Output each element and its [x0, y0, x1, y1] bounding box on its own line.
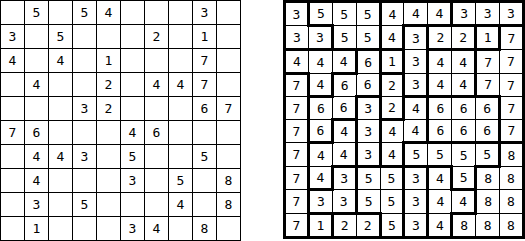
puzzle-cell-r8c5: [97, 169, 121, 193]
solution-cell-r1c7: 4: [428, 2, 452, 26]
solution-cell-r7c10: 8: [500, 143, 524, 167]
solution-cell-r7c8: 5: [452, 143, 476, 167]
puzzle-cell-r2c7: 2: [145, 25, 169, 49]
puzzle-cell-r9c4: 5: [73, 193, 97, 217]
solution-cell-r3c1: 4: [285, 50, 309, 74]
solution-cell-r1c9: 3: [476, 2, 500, 26]
puzzle-cell-r10c10: [217, 217, 241, 241]
puzzle-cell-r6c2: 6: [25, 121, 49, 145]
puzzle-cell-r4c8: 4: [169, 73, 193, 97]
puzzle-cell-r3c1: 4: [1, 49, 25, 73]
solution-cell-r7c6: 5: [404, 143, 428, 167]
solution-cell-r8c7: 4: [428, 167, 452, 190]
puzzle-cell-r7c2: 4: [25, 145, 49, 169]
puzzle-cell-r2c6: [121, 25, 145, 49]
puzzle-cell-r3c8: [169, 49, 193, 73]
solution-cell-r5c3: 6: [332, 97, 356, 120]
solution-cell-r8c6: 3: [404, 167, 428, 190]
puzzle-cell-r6c10: [217, 121, 241, 145]
puzzle-cell-r4c4: [73, 73, 97, 97]
puzzle-cell-r3c9: 7: [193, 49, 217, 73]
solution-cell-r8c9: 8: [476, 167, 500, 190]
puzzle-cell-r8c6: 3: [121, 169, 145, 193]
puzzle-cell-r7c8: [169, 145, 193, 169]
puzzle-cell-r4c7: 4: [145, 73, 169, 97]
solution-cell-r9c9: 8: [476, 190, 500, 214]
solution-cell-r4c6: 3: [404, 74, 428, 97]
puzzle-cell-r10c9: 8: [193, 217, 217, 241]
puzzle-cell-r1c10: [217, 1, 241, 25]
puzzle-cell-r8c9: [193, 169, 217, 193]
solution-cell-r3c7: 4: [428, 50, 452, 74]
puzzle-cell-r1c8: [169, 1, 193, 25]
solution-cell-r3c3: 4: [332, 50, 356, 74]
puzzle-cell-r2c3: 5: [49, 25, 73, 49]
puzzle-cell-r5c8: [169, 97, 193, 121]
solution-cell-r1c2: 5: [308, 2, 332, 26]
puzzle-cell-r1c7: [145, 1, 169, 25]
puzzle-cell-r5c9: 6: [193, 97, 217, 121]
solution-cell-r10c4: 2: [356, 214, 380, 238]
solution-cell-r9c4: 5: [356, 190, 380, 214]
solution-cell-r6c3: 4: [332, 120, 356, 143]
puzzle-cell-r7c3: 4: [49, 145, 73, 169]
puzzle-cell-r9c8: 4: [169, 193, 193, 217]
puzzle-cell-r3c10: [217, 49, 241, 73]
puzzle-cell-r5c2: [25, 97, 49, 121]
solution-cell-r2c7: 2: [428, 26, 452, 50]
puzzle-cell-r5c7: [145, 97, 169, 121]
solution-cell-r9c6: 3: [404, 190, 428, 214]
solution-cell-r4c5: 2: [380, 74, 404, 97]
puzzle-cell-r3c3: 4: [49, 49, 73, 73]
solution-cell-r3c9: 7: [476, 50, 500, 74]
puzzle-cell-r2c9: 1: [193, 25, 217, 49]
solution-cell-r5c5: 2: [380, 97, 404, 120]
solution-cell-r1c1: 3: [285, 2, 309, 26]
puzzle-cell-r5c6: [121, 97, 145, 121]
puzzle-grid: 5543352144174244732677646443554358354813…: [0, 0, 241, 241]
solution-cell-r3c10: 7: [500, 50, 524, 74]
solution-cell-r2c10: 7: [500, 26, 524, 50]
solution-cell-r6c9: 6: [476, 120, 500, 143]
solution-cell-r3c5: 1: [380, 50, 404, 74]
solution-cell-r2c4: 5: [356, 26, 380, 50]
puzzle-cell-r8c7: [145, 169, 169, 193]
puzzle-cell-r9c3: [49, 193, 73, 217]
solution-cell-r5c4: 3: [356, 97, 380, 120]
puzzle-cell-r5c10: 7: [217, 97, 241, 121]
puzzle-cell-r3c2: [25, 49, 49, 73]
solution-cell-r1c5: 4: [380, 2, 404, 26]
puzzle-cell-r4c9: 7: [193, 73, 217, 97]
puzzle-cell-r1c1: [1, 1, 25, 25]
solution-cell-r5c2: 6: [308, 97, 332, 120]
solution-cell-r8c10: 8: [500, 167, 524, 190]
puzzle-cell-r8c8: 5: [169, 169, 193, 193]
puzzle-cell-r5c5: 2: [97, 97, 121, 121]
puzzle-cell-r1c2: 5: [25, 1, 49, 25]
puzzle-cell-r9c9: [193, 193, 217, 217]
puzzle-cell-r5c3: [49, 97, 73, 121]
puzzle-cell-r1c9: 3: [193, 1, 217, 25]
puzzle-cell-r3c6: [121, 49, 145, 73]
solution-cell-r8c1: 7: [285, 167, 309, 190]
puzzle-cell-r7c1: [1, 145, 25, 169]
solution-cell-r2c3: 5: [332, 26, 356, 50]
puzzle-cell-r2c4: [73, 25, 97, 49]
puzzle-cell-r8c3: [49, 169, 73, 193]
solution-cell-r10c6: 3: [404, 214, 428, 238]
solution-cell-r7c3: 4: [332, 143, 356, 167]
solution-cell-r3c2: 4: [308, 50, 332, 74]
puzzle-cell-r7c10: [217, 145, 241, 169]
solution-cell-r9c5: 5: [380, 190, 404, 214]
puzzle-cell-r3c7: [145, 49, 169, 73]
solution-cell-r1c10: 3: [500, 2, 524, 26]
puzzle-cell-r4c1: [1, 73, 25, 97]
puzzle-cell-r6c1: 7: [1, 121, 25, 145]
puzzle-cell-r6c5: [97, 121, 121, 145]
puzzle-cell-r7c7: [145, 145, 169, 169]
solution-cell-r2c2: 3: [308, 26, 332, 50]
solution-cell-r6c1: 7: [285, 120, 309, 143]
puzzle-cell-r6c3: [49, 121, 73, 145]
puzzle-cell-r5c1: [1, 97, 25, 121]
solution-cell-r8c5: 5: [380, 167, 404, 190]
solution-cell-r2c6: 3: [404, 26, 428, 50]
puzzle-cell-r7c6: 5: [121, 145, 145, 169]
puzzle-cell-r9c2: 3: [25, 193, 49, 217]
puzzle-cell-r4c5: 2: [97, 73, 121, 97]
solution-cell-r9c1: 7: [285, 190, 309, 214]
puzzle-cell-r4c2: 4: [25, 73, 49, 97]
puzzle-cell-r10c3: [49, 217, 73, 241]
solution-cell-r10c1: 7: [285, 214, 309, 238]
solution-cell-r6c4: 3: [356, 120, 380, 143]
solution-cell-r1c6: 4: [404, 2, 428, 26]
solution-cell-r9c10: 8: [500, 190, 524, 214]
solution-cell-r2c1: 3: [285, 26, 309, 50]
puzzle-cell-r8c10: 8: [217, 169, 241, 193]
puzzle-cell-r9c7: [145, 193, 169, 217]
solution-cell-r1c4: 5: [356, 2, 380, 26]
solution-cell-r5c10: 7: [500, 97, 524, 120]
solution-cell-r3c4: 6: [356, 50, 380, 74]
solution-cell-r5c6: 4: [404, 97, 428, 120]
puzzle-cell-r6c9: [193, 121, 217, 145]
solution-grid: 3555444333335543221744461344777466234477…: [283, 0, 525, 239]
puzzle-cell-r5c4: 3: [73, 97, 97, 121]
solution-cell-r5c8: 6: [452, 97, 476, 120]
puzzle-cell-r9c10: 8: [217, 193, 241, 217]
solution-cell-r8c3: 3: [332, 167, 356, 190]
solution-cell-r4c3: 6: [332, 74, 356, 97]
solution-cell-r5c1: 7: [285, 97, 309, 120]
solution-cell-r6c5: 4: [380, 120, 404, 143]
solution-cell-r3c6: 3: [404, 50, 428, 74]
solution-cell-r6c7: 6: [428, 120, 452, 143]
solution-cell-r7c1: 7: [285, 143, 309, 167]
puzzle-cell-r4c3: [49, 73, 73, 97]
puzzle-cell-r7c9: 5: [193, 145, 217, 169]
solution-cell-r9c8: 4: [452, 190, 476, 214]
solution-cell-r2c8: 2: [452, 26, 476, 50]
solution-cell-r7c7: 5: [428, 143, 452, 167]
puzzle-cell-r10c4: [73, 217, 97, 241]
solution-cell-r4c8: 4: [452, 74, 476, 97]
puzzle-cell-r10c7: 4: [145, 217, 169, 241]
puzzle-cell-r2c2: [25, 25, 49, 49]
solution-cell-r6c2: 6: [308, 120, 332, 143]
puzzle-cell-r9c5: [97, 193, 121, 217]
solution-cell-r6c8: 6: [452, 120, 476, 143]
puzzle-cell-r7c4: 3: [73, 145, 97, 169]
puzzle-cell-r10c1: [1, 217, 25, 241]
solution-cell-r10c7: 4: [428, 214, 452, 238]
solution-cell-r10c2: 1: [308, 214, 332, 238]
solution-cell-r7c4: 3: [356, 143, 380, 167]
puzzle-cell-r10c6: 3: [121, 217, 145, 241]
solution-cell-r7c9: 5: [476, 143, 500, 167]
solution-cell-r10c5: 5: [380, 214, 404, 238]
solution-cell-r4c4: 6: [356, 74, 380, 97]
solution-cell-r10c10: 8: [500, 214, 524, 238]
solution-cell-r4c10: 7: [500, 74, 524, 97]
puzzle-cell-r6c7: 6: [145, 121, 169, 145]
solution-cell-r7c5: 4: [380, 143, 404, 167]
solution-cell-r2c5: 4: [380, 26, 404, 50]
solution-cell-r9c3: 3: [332, 190, 356, 214]
puzzle-cell-r1c5: 4: [97, 1, 121, 25]
solution-cell-r8c2: 4: [308, 167, 332, 190]
puzzle-cell-r4c6: [121, 73, 145, 97]
solution-cell-r10c8: 8: [452, 214, 476, 238]
puzzle-cell-r6c8: [169, 121, 193, 145]
puzzle-cell-r1c3: [49, 1, 73, 25]
solution-cell-r10c9: 8: [476, 214, 500, 238]
puzzle-cell-r3c4: [73, 49, 97, 73]
solution-cell-r9c2: 3: [308, 190, 332, 214]
solution-cell-r5c9: 6: [476, 97, 500, 120]
puzzle-cell-r4c10: [217, 73, 241, 97]
puzzle-cell-r2c10: [217, 25, 241, 49]
puzzle-cell-r1c6: [121, 1, 145, 25]
puzzle-cell-r3c5: 1: [97, 49, 121, 73]
puzzle-cell-r9c1: [1, 193, 25, 217]
solution-cell-r1c3: 5: [332, 2, 356, 26]
puzzle-cell-r8c4: [73, 169, 97, 193]
solution-cell-r9c7: 4: [428, 190, 452, 214]
puzzle-cell-r6c6: 4: [121, 121, 145, 145]
puzzle-cell-r6c4: [73, 121, 97, 145]
puzzle-cell-r7c5: [97, 145, 121, 169]
solution-cell-r6c6: 4: [404, 120, 428, 143]
solution-cell-r6c10: 7: [500, 120, 524, 143]
solution-cell-r1c8: 3: [452, 2, 476, 26]
solution-cell-r8c8: 5: [452, 167, 476, 190]
solution-cell-r4c1: 7: [285, 74, 309, 97]
puzzle-cell-r2c8: [169, 25, 193, 49]
solution-cell-r4c2: 4: [308, 74, 332, 97]
solution-cell-r10c3: 2: [332, 214, 356, 238]
puzzle-cell-r1c4: 5: [73, 1, 97, 25]
puzzle-cell-r8c2: 4: [25, 169, 49, 193]
solution-cell-r8c4: 5: [356, 167, 380, 190]
puzzle-cell-r10c8: [169, 217, 193, 241]
puzzle-cell-r2c1: 3: [1, 25, 25, 49]
solution-cell-r5c7: 6: [428, 97, 452, 120]
solution-cell-r7c2: 4: [308, 143, 332, 167]
puzzle-cell-r2c5: [97, 25, 121, 49]
solution-cell-r4c7: 4: [428, 74, 452, 97]
solution-cell-r4c9: 7: [476, 74, 500, 97]
puzzle-cell-r9c6: [121, 193, 145, 217]
solution-cell-r2c9: 1: [476, 26, 500, 50]
puzzle-cell-r10c2: 1: [25, 217, 49, 241]
puzzle-cell-r10c5: [97, 217, 121, 241]
solution-cell-r3c8: 4: [452, 50, 476, 74]
puzzle-cell-r8c1: [1, 169, 25, 193]
